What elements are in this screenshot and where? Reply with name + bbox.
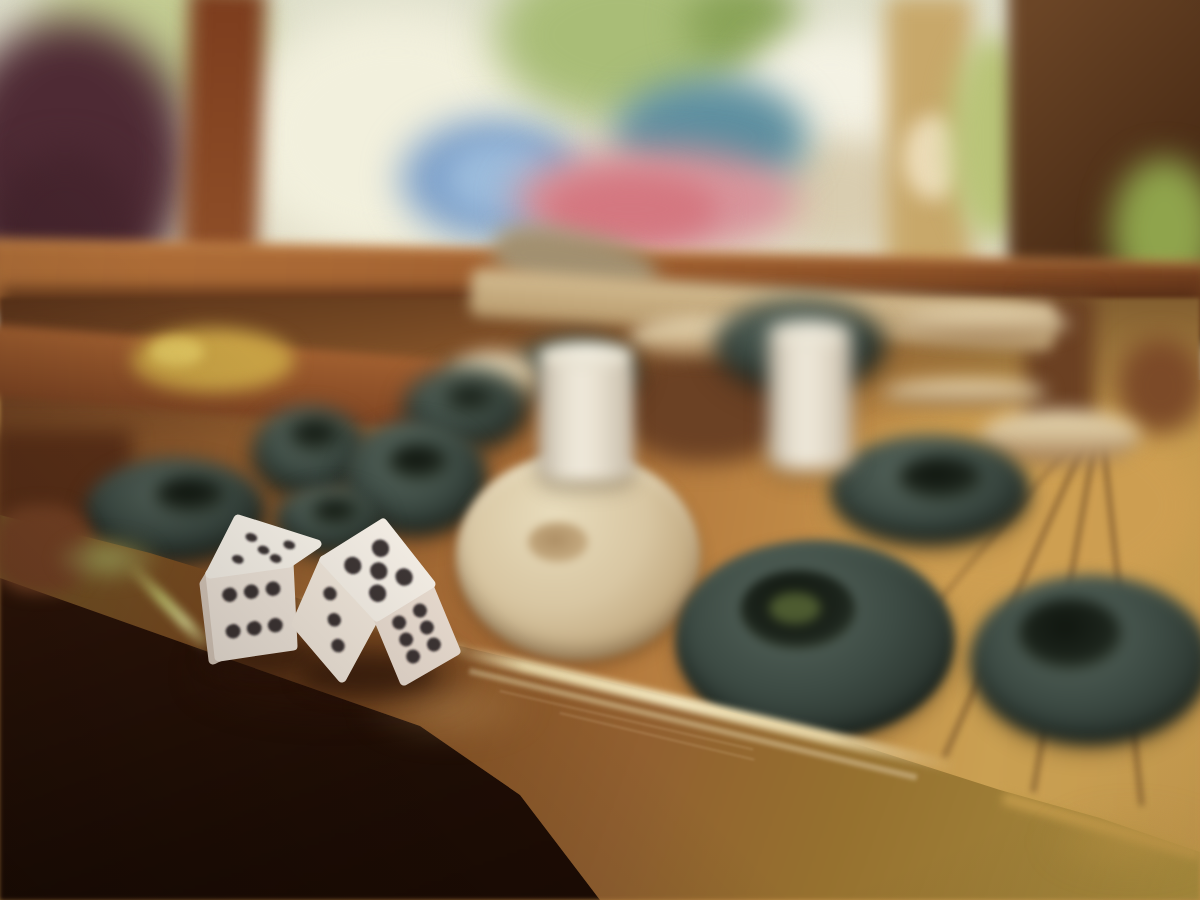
dimple-of-light-big [528, 522, 588, 562]
hole-of-dark-behind-dice [311, 499, 359, 525]
checker-light-edge-1 [900, 309, 1070, 339]
white-stack-1 [538, 352, 634, 480]
checker-dark-right-mid [830, 435, 1030, 545]
checker-light-edge-2 [883, 380, 1047, 406]
left-die-contact-shadow [205, 638, 320, 672]
white-stack-2 [768, 330, 852, 470]
hole-of-dark-upper [444, 384, 496, 412]
hole-of-dark-mid [388, 444, 448, 480]
white-stack-2-top [768, 320, 852, 346]
hole-of-dark-left-up [289, 419, 341, 451]
hole-of-dark-left-low [155, 477, 225, 513]
checker-dark-bottom-right [970, 575, 1200, 745]
white-stack-1-top [538, 342, 634, 368]
checker-dark-behind-dice [275, 485, 385, 555]
hole-of-dark-bottom-right [1018, 598, 1122, 670]
rail-corner-sheen [1040, 806, 1200, 878]
checker-light-big [456, 452, 700, 660]
right-die-contact-shadow [300, 655, 435, 695]
backgammon-photo-scene [0, 0, 1200, 900]
glint-of-dark-big-front [769, 592, 821, 624]
hole-of-dark-right-mid [898, 456, 982, 500]
